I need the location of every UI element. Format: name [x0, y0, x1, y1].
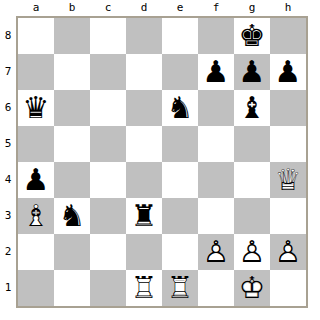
- black-rook-icon: ♜: [126, 198, 162, 234]
- square-a6[interactable]: ♛: [18, 90, 54, 126]
- square-e1[interactable]: ♜♖: [162, 270, 198, 306]
- white-pawn-icon: ♙: [234, 234, 270, 270]
- rank-label-6: 6: [0, 90, 16, 126]
- black-pawn-icon: ♟: [18, 162, 54, 198]
- black-king-icon: ♚: [234, 18, 270, 54]
- piece-black-rook-d3[interactable]: ♜: [126, 198, 162, 234]
- square-g6[interactable]: ♝: [234, 90, 270, 126]
- white-pawn-icon: ♙: [270, 234, 306, 270]
- square-f3[interactable]: [198, 198, 234, 234]
- square-d6[interactable]: [126, 90, 162, 126]
- square-e6[interactable]: ♞: [162, 90, 198, 126]
- square-g3[interactable]: [234, 198, 270, 234]
- file-label-c: c: [90, 0, 126, 16]
- square-d7[interactable]: [126, 54, 162, 90]
- square-c4[interactable]: [90, 162, 126, 198]
- square-a7[interactable]: [18, 54, 54, 90]
- chess-diagram: abcdefgh 87654321 ♚♟♟♟♛♞♝♟♛♕♝♗♞♜♟♙♟♙♟♙♜♖…: [0, 0, 320, 320]
- white-bishop-icon: ♗: [18, 198, 54, 234]
- piece-white-queen-h4[interactable]: ♛♕: [270, 162, 306, 198]
- piece-black-pawn-h7[interactable]: ♟: [270, 54, 306, 90]
- square-c2[interactable]: [90, 234, 126, 270]
- square-b8[interactable]: [54, 18, 90, 54]
- square-b7[interactable]: [54, 54, 90, 90]
- square-a3[interactable]: ♝♗: [18, 198, 54, 234]
- square-e7[interactable]: [162, 54, 198, 90]
- square-h5[interactable]: [270, 126, 306, 162]
- square-e4[interactable]: [162, 162, 198, 198]
- file-label-g: g: [234, 0, 270, 16]
- black-pawn-icon: ♟: [198, 54, 234, 90]
- square-f6[interactable]: [198, 90, 234, 126]
- square-e3[interactable]: [162, 198, 198, 234]
- white-queen-icon: ♕: [270, 162, 306, 198]
- rank-labels: 87654321: [0, 18, 16, 306]
- piece-white-pawn-f2[interactable]: ♟♙: [198, 234, 234, 270]
- black-knight-icon: ♞: [162, 90, 198, 126]
- piece-black-queen-a6[interactable]: ♛: [18, 90, 54, 126]
- file-label-d: d: [126, 0, 162, 16]
- square-e8[interactable]: [162, 18, 198, 54]
- square-c1[interactable]: [90, 270, 126, 306]
- piece-white-king-g1[interactable]: ♚♔: [234, 270, 270, 306]
- piece-black-pawn-f7[interactable]: ♟: [198, 54, 234, 90]
- black-knight-icon: ♞: [54, 198, 90, 234]
- white-rook-icon: ♖: [162, 270, 198, 306]
- square-a4[interactable]: ♟: [18, 162, 54, 198]
- square-h7[interactable]: ♟: [270, 54, 306, 90]
- file-labels: abcdefgh: [18, 0, 306, 16]
- piece-white-rook-d1[interactable]: ♜♖: [126, 270, 162, 306]
- square-f8[interactable]: [198, 18, 234, 54]
- piece-black-pawn-g7[interactable]: ♟: [234, 54, 270, 90]
- square-c8[interactable]: [90, 18, 126, 54]
- rank-label-5: 5: [0, 126, 16, 162]
- square-h1[interactable]: [270, 270, 306, 306]
- square-f5[interactable]: [198, 126, 234, 162]
- square-d8[interactable]: [126, 18, 162, 54]
- file-label-h: h: [270, 0, 306, 16]
- square-c6[interactable]: [90, 90, 126, 126]
- rank-label-3: 3: [0, 198, 16, 234]
- square-h4[interactable]: ♛♕: [270, 162, 306, 198]
- square-a1[interactable]: [18, 270, 54, 306]
- square-e5[interactable]: [162, 126, 198, 162]
- square-h8[interactable]: [270, 18, 306, 54]
- file-label-e: e: [162, 0, 198, 16]
- square-g4[interactable]: [234, 162, 270, 198]
- rank-label-7: 7: [0, 54, 16, 90]
- square-f1[interactable]: [198, 270, 234, 306]
- square-b5[interactable]: [54, 126, 90, 162]
- square-g7[interactable]: ♟: [234, 54, 270, 90]
- square-g8[interactable]: ♚: [234, 18, 270, 54]
- square-g5[interactable]: [234, 126, 270, 162]
- black-pawn-icon: ♟: [270, 54, 306, 90]
- square-d4[interactable]: [126, 162, 162, 198]
- piece-white-pawn-h2[interactable]: ♟♙: [270, 234, 306, 270]
- square-a5[interactable]: [18, 126, 54, 162]
- piece-white-bishop-a3[interactable]: ♝♗: [18, 198, 54, 234]
- white-rook-icon: ♖: [126, 270, 162, 306]
- square-d2[interactable]: [126, 234, 162, 270]
- square-c3[interactable]: [90, 198, 126, 234]
- piece-black-king-g8[interactable]: ♚: [234, 18, 270, 54]
- square-c5[interactable]: [90, 126, 126, 162]
- square-a2[interactable]: [18, 234, 54, 270]
- black-pawn-icon: ♟: [234, 54, 270, 90]
- piece-white-rook-e1[interactable]: ♜♖: [162, 270, 198, 306]
- piece-white-pawn-g2[interactable]: ♟♙: [234, 234, 270, 270]
- square-f7[interactable]: ♟: [198, 54, 234, 90]
- square-e2[interactable]: [162, 234, 198, 270]
- square-d3[interactable]: ♜: [126, 198, 162, 234]
- white-pawn-icon: ♙: [198, 234, 234, 270]
- white-king-icon: ♔: [234, 270, 270, 306]
- square-a8[interactable]: [18, 18, 54, 54]
- file-label-f: f: [198, 0, 234, 16]
- square-f2[interactable]: ♟♙: [198, 234, 234, 270]
- square-d1[interactable]: ♜♖: [126, 270, 162, 306]
- square-g1[interactable]: ♚♔: [234, 270, 270, 306]
- rank-label-1: 1: [0, 270, 16, 306]
- square-b6[interactable]: [54, 90, 90, 126]
- square-h2[interactable]: ♟♙: [270, 234, 306, 270]
- piece-black-bishop-g6[interactable]: ♝: [234, 90, 270, 126]
- rank-label-8: 8: [0, 18, 16, 54]
- black-bishop-icon: ♝: [234, 90, 270, 126]
- piece-black-knight-b3[interactable]: ♞: [54, 198, 90, 234]
- file-label-b: b: [54, 0, 90, 16]
- square-c7[interactable]: [90, 54, 126, 90]
- piece-black-knight-e6[interactable]: ♞: [162, 90, 198, 126]
- square-f4[interactable]: [198, 162, 234, 198]
- rank-label-4: 4: [0, 162, 16, 198]
- black-queen-icon: ♛: [18, 90, 54, 126]
- square-b4[interactable]: [54, 162, 90, 198]
- chess-board: ♚♟♟♟♛♞♝♟♛♕♝♗♞♜♟♙♟♙♟♙♜♖♜♖♚♔: [16, 16, 308, 308]
- square-g2[interactable]: ♟♙: [234, 234, 270, 270]
- square-h6[interactable]: [270, 90, 306, 126]
- square-b3[interactable]: ♞: [54, 198, 90, 234]
- rank-label-2: 2: [0, 234, 16, 270]
- piece-black-pawn-a4[interactable]: ♟: [18, 162, 54, 198]
- square-h3[interactable]: [270, 198, 306, 234]
- square-b2[interactable]: [54, 234, 90, 270]
- file-label-a: a: [18, 0, 54, 16]
- square-d5[interactable]: [126, 126, 162, 162]
- square-b1[interactable]: [54, 270, 90, 306]
